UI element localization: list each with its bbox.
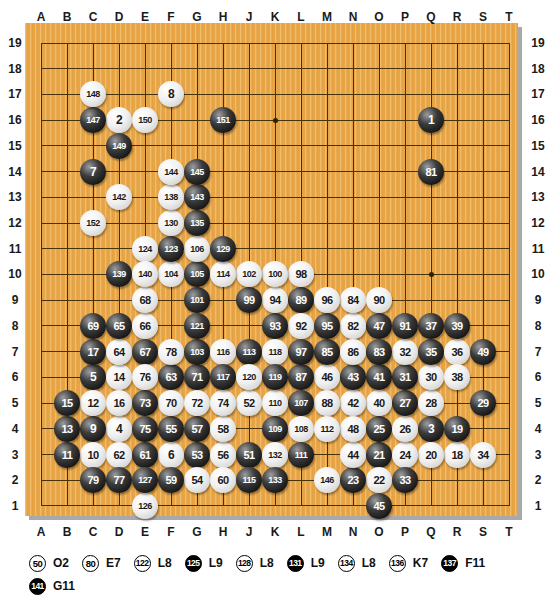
- stone-O3: 21: [366, 442, 392, 468]
- caption-point-label: L8: [362, 556, 376, 570]
- coord-bottom-A: A: [30, 524, 52, 540]
- stone-G5: 72: [184, 390, 210, 416]
- stone-S7: 49: [470, 339, 496, 365]
- coord-left-18: 18: [4, 61, 26, 77]
- coord-right-19: 19: [527, 35, 549, 51]
- stone-L6: 87: [288, 364, 314, 390]
- coord-left-10: 10: [4, 266, 26, 282]
- coord-top-E: E: [134, 9, 156, 25]
- stone-D4: 4: [106, 416, 132, 442]
- stone-D8: 65: [106, 313, 132, 339]
- stone-S3: 34: [470, 442, 496, 468]
- stone-M4: 112: [314, 416, 340, 442]
- stone-B3: 11: [54, 442, 80, 468]
- stone-C14: 7: [80, 159, 106, 185]
- coord-top-H: H: [212, 9, 234, 25]
- stone-K8: 93: [262, 313, 288, 339]
- coord-top-O: O: [368, 9, 390, 25]
- stone-Q6: 30: [418, 364, 444, 390]
- stone-M8: 95: [314, 313, 340, 339]
- coord-top-K: K: [264, 9, 286, 25]
- stone-J6: 120: [236, 364, 262, 390]
- stone-E7: 67: [132, 339, 158, 365]
- stone-F7: 78: [158, 339, 184, 365]
- caption-entry-50: 50O2: [29, 555, 69, 572]
- caption-stone-134: 134: [338, 555, 355, 572]
- coord-right-4: 4: [527, 421, 549, 437]
- stone-F11: 123: [158, 236, 184, 262]
- coord-left-14: 14: [4, 164, 26, 180]
- stone-L10: 98: [288, 261, 314, 287]
- stone-O4: 25: [366, 416, 392, 442]
- stone-J7: 113: [236, 339, 262, 365]
- coord-top-P: P: [394, 9, 416, 25]
- stone-G2: 54: [184, 467, 210, 493]
- stone-M9: 96: [314, 287, 340, 313]
- stone-H3: 56: [210, 442, 236, 468]
- caption-stone-128: 128: [236, 555, 253, 572]
- stone-Q16: 1: [418, 107, 444, 133]
- caption-stone-125: 125: [185, 555, 202, 572]
- coord-bottom-C: C: [82, 524, 104, 540]
- coord-top-L: L: [290, 9, 312, 25]
- stone-L9: 89: [288, 287, 314, 313]
- stone-E10: 140: [132, 261, 158, 287]
- coord-right-6: 6: [527, 369, 549, 385]
- stone-S5: 29: [470, 390, 496, 416]
- stone-E16: 150: [132, 107, 158, 133]
- stone-E5: 73: [132, 390, 158, 416]
- grid-line-horizontal: [41, 505, 510, 506]
- stone-F5: 70: [158, 390, 184, 416]
- stone-O2: 22: [366, 467, 392, 493]
- coord-bottom-K: K: [264, 524, 286, 540]
- coord-left-11: 11: [4, 241, 26, 257]
- caption-stone-80: 80: [82, 555, 99, 572]
- stone-L7: 97: [288, 339, 314, 365]
- coord-right-17: 17: [527, 86, 549, 102]
- stone-F12: 130: [158, 210, 184, 236]
- stone-D3: 62: [106, 442, 132, 468]
- stone-K10: 100: [262, 261, 288, 287]
- coord-left-15: 15: [4, 138, 26, 154]
- stone-P3: 24: [392, 442, 418, 468]
- caption-entry-125: 125L9: [185, 555, 223, 572]
- stone-L4: 108: [288, 416, 314, 442]
- stone-B4: 13: [54, 416, 80, 442]
- stone-F17: 8: [158, 81, 184, 107]
- coord-bottom-D: D: [108, 524, 130, 540]
- coord-left-7: 7: [4, 344, 26, 360]
- stone-P8: 91: [392, 313, 418, 339]
- stone-P4: 26: [392, 416, 418, 442]
- stone-Q8: 37: [418, 313, 444, 339]
- stone-G8: 121: [184, 313, 210, 339]
- coord-bottom-G: G: [186, 524, 208, 540]
- stone-G4: 57: [184, 416, 210, 442]
- stone-E11: 124: [132, 236, 158, 262]
- caption-stone-136: 136: [389, 555, 406, 572]
- coord-top-R: R: [446, 9, 468, 25]
- stone-C4: 9: [80, 416, 106, 442]
- stone-N5: 42: [340, 390, 366, 416]
- coord-top-B: B: [56, 9, 78, 25]
- stone-G10: 105: [184, 261, 210, 287]
- caption-entry-134: 134L8: [338, 555, 376, 572]
- stone-F14: 144: [158, 159, 184, 185]
- coord-top-F: F: [160, 9, 182, 25]
- stone-O1: 45: [366, 493, 392, 519]
- caption-stone-141: 141: [29, 578, 46, 595]
- stone-C16: 147: [80, 107, 106, 133]
- stone-O5: 40: [366, 390, 392, 416]
- caption-line-2: 141G11: [29, 576, 88, 596]
- coord-top-J: J: [238, 9, 260, 25]
- coord-right-9: 9: [527, 292, 549, 308]
- stone-D2: 77: [106, 467, 132, 493]
- stone-L8: 92: [288, 313, 314, 339]
- stone-Q14: 81: [418, 159, 444, 185]
- stone-D13: 142: [106, 184, 132, 210]
- coord-bottom-B: B: [56, 524, 78, 540]
- stone-O9: 90: [366, 287, 392, 313]
- caption-point-label: L8: [158, 556, 172, 570]
- stone-P7: 32: [392, 339, 418, 365]
- stone-M5: 88: [314, 390, 340, 416]
- caption-entry-136: 136K7: [389, 555, 428, 572]
- stone-E8: 66: [132, 313, 158, 339]
- stone-F4: 55: [158, 416, 184, 442]
- stone-E9: 68: [132, 287, 158, 313]
- stone-K3: 132: [262, 442, 288, 468]
- coord-left-1: 1: [4, 498, 26, 514]
- caption-line-1: 50O280E7122L8125L9128L8131L9134L8136K713…: [29, 553, 498, 573]
- coord-top-D: D: [108, 9, 130, 25]
- stone-R6: 38: [444, 364, 470, 390]
- stone-J5: 52: [236, 390, 262, 416]
- stone-J9: 99: [236, 287, 262, 313]
- stone-K4: 109: [262, 416, 288, 442]
- stone-P6: 31: [392, 364, 418, 390]
- stone-N9: 84: [340, 287, 366, 313]
- coord-right-13: 13: [527, 189, 549, 205]
- coord-bottom-N: N: [342, 524, 364, 540]
- stone-H6: 117: [210, 364, 236, 390]
- coord-right-5: 5: [527, 395, 549, 411]
- stone-K5: 110: [262, 390, 288, 416]
- caption-stone-131: 131: [287, 555, 304, 572]
- coord-bottom-L: L: [290, 524, 312, 540]
- stone-Q4: 3: [418, 416, 444, 442]
- stone-O6: 41: [366, 364, 392, 390]
- stone-R8: 39: [444, 313, 470, 339]
- stone-E6: 76: [132, 364, 158, 390]
- coord-right-8: 8: [527, 318, 549, 334]
- coord-left-17: 17: [4, 86, 26, 102]
- caption-point-label: L9: [311, 556, 325, 570]
- caption-entry-137: 137F11: [441, 555, 485, 572]
- stone-O8: 47: [366, 313, 392, 339]
- stone-C8: 69: [80, 313, 106, 339]
- stone-C2: 79: [80, 467, 106, 493]
- stone-L5: 107: [288, 390, 314, 416]
- stone-R3: 18: [444, 442, 470, 468]
- stone-D6: 14: [106, 364, 132, 390]
- grid-line-vertical: [483, 43, 484, 507]
- stone-G9: 101: [184, 287, 210, 313]
- caption-entry-122: 122L8: [134, 555, 172, 572]
- coord-top-Q: Q: [420, 9, 442, 25]
- coord-bottom-J: J: [238, 524, 260, 540]
- stone-G14: 145: [184, 159, 210, 185]
- stone-F13: 138: [158, 184, 184, 210]
- caption-stone-122: 122: [134, 555, 151, 572]
- stone-G13: 143: [184, 184, 210, 210]
- coord-right-1: 1: [527, 498, 549, 514]
- stone-N8: 82: [340, 313, 366, 339]
- coord-bottom-H: H: [212, 524, 234, 540]
- caption-point-label: L9: [209, 556, 223, 570]
- caption-point-label: G11: [53, 579, 75, 593]
- caption-point-label: L8: [260, 556, 274, 570]
- stone-G6: 71: [184, 364, 210, 390]
- coord-right-18: 18: [527, 61, 549, 77]
- caption-point-label: K7: [413, 556, 428, 570]
- stone-M2: 146: [314, 467, 340, 493]
- stone-H2: 60: [210, 467, 236, 493]
- coord-bottom-E: E: [134, 524, 156, 540]
- stone-G7: 103: [184, 339, 210, 365]
- stone-D7: 64: [106, 339, 132, 365]
- coord-right-11: 11: [527, 241, 549, 257]
- stone-R4: 19: [444, 416, 470, 442]
- stone-D10: 139: [106, 261, 132, 287]
- caption-point-label: O2: [53, 556, 69, 570]
- stone-H16: 151: [210, 107, 236, 133]
- stone-N6: 43: [340, 364, 366, 390]
- coord-top-C: C: [82, 9, 104, 25]
- coord-right-10: 10: [527, 266, 549, 282]
- coord-left-8: 8: [4, 318, 26, 334]
- stone-K9: 94: [262, 287, 288, 313]
- coord-right-12: 12: [527, 215, 549, 231]
- coord-top-N: N: [342, 9, 364, 25]
- stone-Q7: 35: [418, 339, 444, 365]
- stone-C12: 152: [80, 210, 106, 236]
- star-point-K16: [273, 118, 278, 123]
- coord-top-S: S: [472, 9, 494, 25]
- stone-O7: 83: [366, 339, 392, 365]
- coord-bottom-S: S: [472, 524, 494, 540]
- coord-left-12: 12: [4, 215, 26, 231]
- coord-bottom-R: R: [446, 524, 468, 540]
- stone-N3: 44: [340, 442, 366, 468]
- coord-bottom-P: P: [394, 524, 416, 540]
- stone-C7: 17: [80, 339, 106, 365]
- caption-stone-137: 137: [441, 555, 458, 572]
- star-point-Q10: [429, 272, 434, 277]
- coord-left-3: 3: [4, 447, 26, 463]
- stone-E2: 127: [132, 467, 158, 493]
- grid-line-vertical: [509, 43, 510, 507]
- stone-F3: 6: [158, 442, 184, 468]
- stone-Q3: 20: [418, 442, 444, 468]
- stone-C3: 10: [80, 442, 106, 468]
- stone-G12: 135: [184, 210, 210, 236]
- stone-C6: 5: [80, 364, 106, 390]
- coord-right-2: 2: [527, 472, 549, 488]
- stone-D5: 16: [106, 390, 132, 416]
- coord-right-15: 15: [527, 138, 549, 154]
- stone-D15: 149: [106, 133, 132, 159]
- stone-E4: 75: [132, 416, 158, 442]
- stone-C17: 148: [80, 81, 106, 107]
- coord-left-2: 2: [4, 472, 26, 488]
- coord-left-5: 5: [4, 395, 26, 411]
- coord-right-16: 16: [527, 112, 549, 128]
- stone-G3: 53: [184, 442, 210, 468]
- coord-right-14: 14: [527, 164, 549, 180]
- coord-bottom-Q: Q: [420, 524, 442, 540]
- caption-point-label: E7: [106, 556, 121, 570]
- coord-right-3: 3: [527, 447, 549, 463]
- coord-left-6: 6: [4, 369, 26, 385]
- coord-left-9: 9: [4, 292, 26, 308]
- coord-left-13: 13: [4, 189, 26, 205]
- stone-M6: 46: [314, 364, 340, 390]
- caption-entry-141: 141G11: [29, 578, 75, 595]
- stone-N4: 48: [340, 416, 366, 442]
- caption-point-label: F11: [465, 556, 485, 570]
- stone-F2: 59: [158, 467, 184, 493]
- stone-J2: 115: [236, 467, 262, 493]
- stone-J10: 102: [236, 261, 262, 287]
- stone-E1: 126: [132, 493, 158, 519]
- stone-P2: 33: [392, 467, 418, 493]
- stone-H11: 129: [210, 236, 236, 262]
- coord-top-A: A: [30, 9, 52, 25]
- coord-left-16: 16: [4, 112, 26, 128]
- stone-P5: 27: [392, 390, 418, 416]
- stone-H5: 74: [210, 390, 236, 416]
- stone-C5: 12: [80, 390, 106, 416]
- coord-top-G: G: [186, 9, 208, 25]
- stone-H7: 116: [210, 339, 236, 365]
- stone-R7: 36: [444, 339, 470, 365]
- stone-Q5: 28: [418, 390, 444, 416]
- coord-bottom-T: T: [498, 524, 520, 540]
- stone-H4: 58: [210, 416, 236, 442]
- go-board[interactable]: 1234567891011121314151617181920212223242…: [25, 23, 518, 516]
- stone-L3: 111: [288, 442, 314, 468]
- stone-K6: 119: [262, 364, 288, 390]
- coord-bottom-F: F: [160, 524, 182, 540]
- stone-F10: 104: [158, 261, 184, 287]
- stone-B5: 15: [54, 390, 80, 416]
- stone-G11: 106: [184, 236, 210, 262]
- coord-right-7: 7: [527, 344, 549, 360]
- stone-J3: 51: [236, 442, 262, 468]
- coord-bottom-M: M: [316, 524, 338, 540]
- caption-stone-50: 50: [29, 555, 46, 572]
- stone-E3: 61: [132, 442, 158, 468]
- stone-K7: 118: [262, 339, 288, 365]
- coord-left-19: 19: [4, 35, 26, 51]
- stone-F6: 63: [158, 364, 184, 390]
- coord-top-M: M: [316, 9, 338, 25]
- coord-bottom-O: O: [368, 524, 390, 540]
- stone-N7: 86: [340, 339, 366, 365]
- coord-left-4: 4: [4, 421, 26, 437]
- stone-H10: 114: [210, 261, 236, 287]
- caption-entry-128: 128L8: [236, 555, 274, 572]
- go-kifu-screen: 1234567891011121314151617181920212223242…: [0, 0, 550, 607]
- stone-D16: 2: [106, 107, 132, 133]
- stone-N2: 23: [340, 467, 366, 493]
- stone-K2: 133: [262, 467, 288, 493]
- caption-entry-131: 131L9: [287, 555, 325, 572]
- stone-M7: 85: [314, 339, 340, 365]
- caption-entry-80: 80E7: [82, 555, 121, 572]
- coord-top-T: T: [498, 9, 520, 25]
